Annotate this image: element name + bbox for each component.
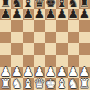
piece-black-pawn[interactable]: ♟	[45, 8, 56, 21]
piece-black-pawn[interactable]: ♟	[0, 8, 11, 21]
piece-white-queen[interactable]: ♛	[34, 78, 45, 90]
square-c7[interactable]: ♟	[23, 9, 34, 21]
piece-white-knight[interactable]: ♞	[11, 78, 22, 90]
piece-black-pawn[interactable]: ♟	[34, 8, 45, 21]
square-b1[interactable]: ♞	[11, 78, 22, 90]
square-c5[interactable]	[23, 32, 34, 44]
square-f1[interactable]: ♝	[56, 78, 67, 90]
square-d4[interactable]	[34, 43, 45, 55]
square-f4[interactable]	[56, 43, 67, 55]
square-h6[interactable]	[79, 20, 90, 32]
chess-board[interactable]: ♜♞♝♛♚♝♞♜♟♟♟♟♟♟♟♟♟♟♟♟♟♟♟♟♜♞♝♛♚♝♞♜	[0, 0, 90, 90]
square-e5[interactable]	[45, 32, 56, 44]
square-c1[interactable]: ♝	[23, 78, 34, 90]
square-e6[interactable]	[45, 20, 56, 32]
square-d1[interactable]: ♛	[34, 78, 45, 90]
square-c4[interactable]	[23, 43, 34, 55]
square-f5[interactable]	[56, 32, 67, 44]
chess-board-viewport: ♜♞♝♛♚♝♞♜♟♟♟♟♟♟♟♟♟♟♟♟♟♟♟♟♜♞♝♛♚♝♞♜	[0, 0, 90, 90]
square-a5[interactable]	[0, 32, 11, 44]
square-a4[interactable]	[0, 43, 11, 55]
square-g5[interactable]	[68, 32, 79, 44]
square-a1[interactable]: ♜	[0, 78, 11, 90]
square-h7[interactable]: ♟	[79, 9, 90, 21]
square-b6[interactable]	[11, 20, 22, 32]
square-f6[interactable]	[56, 20, 67, 32]
square-a6[interactable]	[0, 20, 11, 32]
piece-white-king[interactable]: ♚	[45, 78, 56, 90]
piece-white-knight[interactable]: ♞	[68, 78, 79, 90]
square-c6[interactable]	[23, 20, 34, 32]
piece-white-bishop[interactable]: ♝	[23, 78, 34, 90]
square-a7[interactable]: ♟	[0, 9, 11, 21]
square-h4[interactable]	[79, 43, 90, 55]
square-e7[interactable]: ♟	[45, 9, 56, 21]
piece-white-rook[interactable]: ♜	[0, 78, 11, 90]
square-g1[interactable]: ♞	[68, 78, 79, 90]
piece-black-pawn[interactable]: ♟	[56, 8, 67, 21]
piece-black-pawn[interactable]: ♟	[79, 8, 90, 21]
square-f7[interactable]: ♟	[56, 9, 67, 21]
square-d7[interactable]: ♟	[34, 9, 45, 21]
piece-black-pawn[interactable]: ♟	[11, 8, 22, 21]
piece-black-pawn[interactable]: ♟	[68, 8, 79, 21]
piece-white-rook[interactable]: ♜	[79, 78, 90, 90]
square-b4[interactable]	[11, 43, 22, 55]
piece-white-bishop[interactable]: ♝	[56, 78, 67, 90]
square-h5[interactable]	[79, 32, 90, 44]
square-e1[interactable]: ♚	[45, 78, 56, 90]
square-g4[interactable]	[68, 43, 79, 55]
piece-black-pawn[interactable]: ♟	[23, 8, 34, 21]
square-e4[interactable]	[45, 43, 56, 55]
square-d6[interactable]	[34, 20, 45, 32]
square-d5[interactable]	[34, 32, 45, 44]
square-b5[interactable]	[11, 32, 22, 44]
square-h1[interactable]: ♜	[79, 78, 90, 90]
square-g7[interactable]: ♟	[68, 9, 79, 21]
square-b7[interactable]: ♟	[11, 9, 22, 21]
square-g6[interactable]	[68, 20, 79, 32]
